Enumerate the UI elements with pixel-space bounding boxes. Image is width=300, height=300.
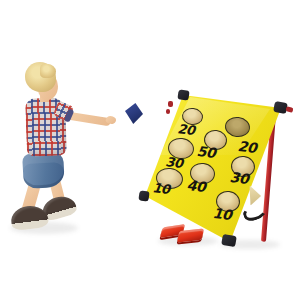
hole-label-right-bottom: 10 [208, 205, 236, 222]
scene-bean-bag-toss: 20 30 10 50 40 20 30 10 [0, 0, 300, 300]
hole-label-middle-bottom: 40 [182, 177, 210, 194]
bean-bag-blue-inflight [125, 103, 143, 124]
frame-nub-left-lower [166, 109, 170, 114]
corner-connector-top-left [177, 89, 189, 100]
corner-connector-bottom-right [221, 234, 237, 247]
hole-label-right-top: 20 [233, 138, 261, 155]
hole-label-middle-top: 50 [192, 143, 220, 160]
hole-label-left-middle: 30 [160, 154, 188, 171]
boy-hair-fringe [40, 64, 56, 78]
hole-label-left-bottom: 10 [147, 180, 175, 197]
hole-label-left-top: 20 [172, 121, 200, 138]
frame-nub-left-upper [168, 101, 173, 107]
frame-nub-top-right [285, 106, 293, 113]
hole-label-right-middle: 30 [225, 169, 253, 186]
